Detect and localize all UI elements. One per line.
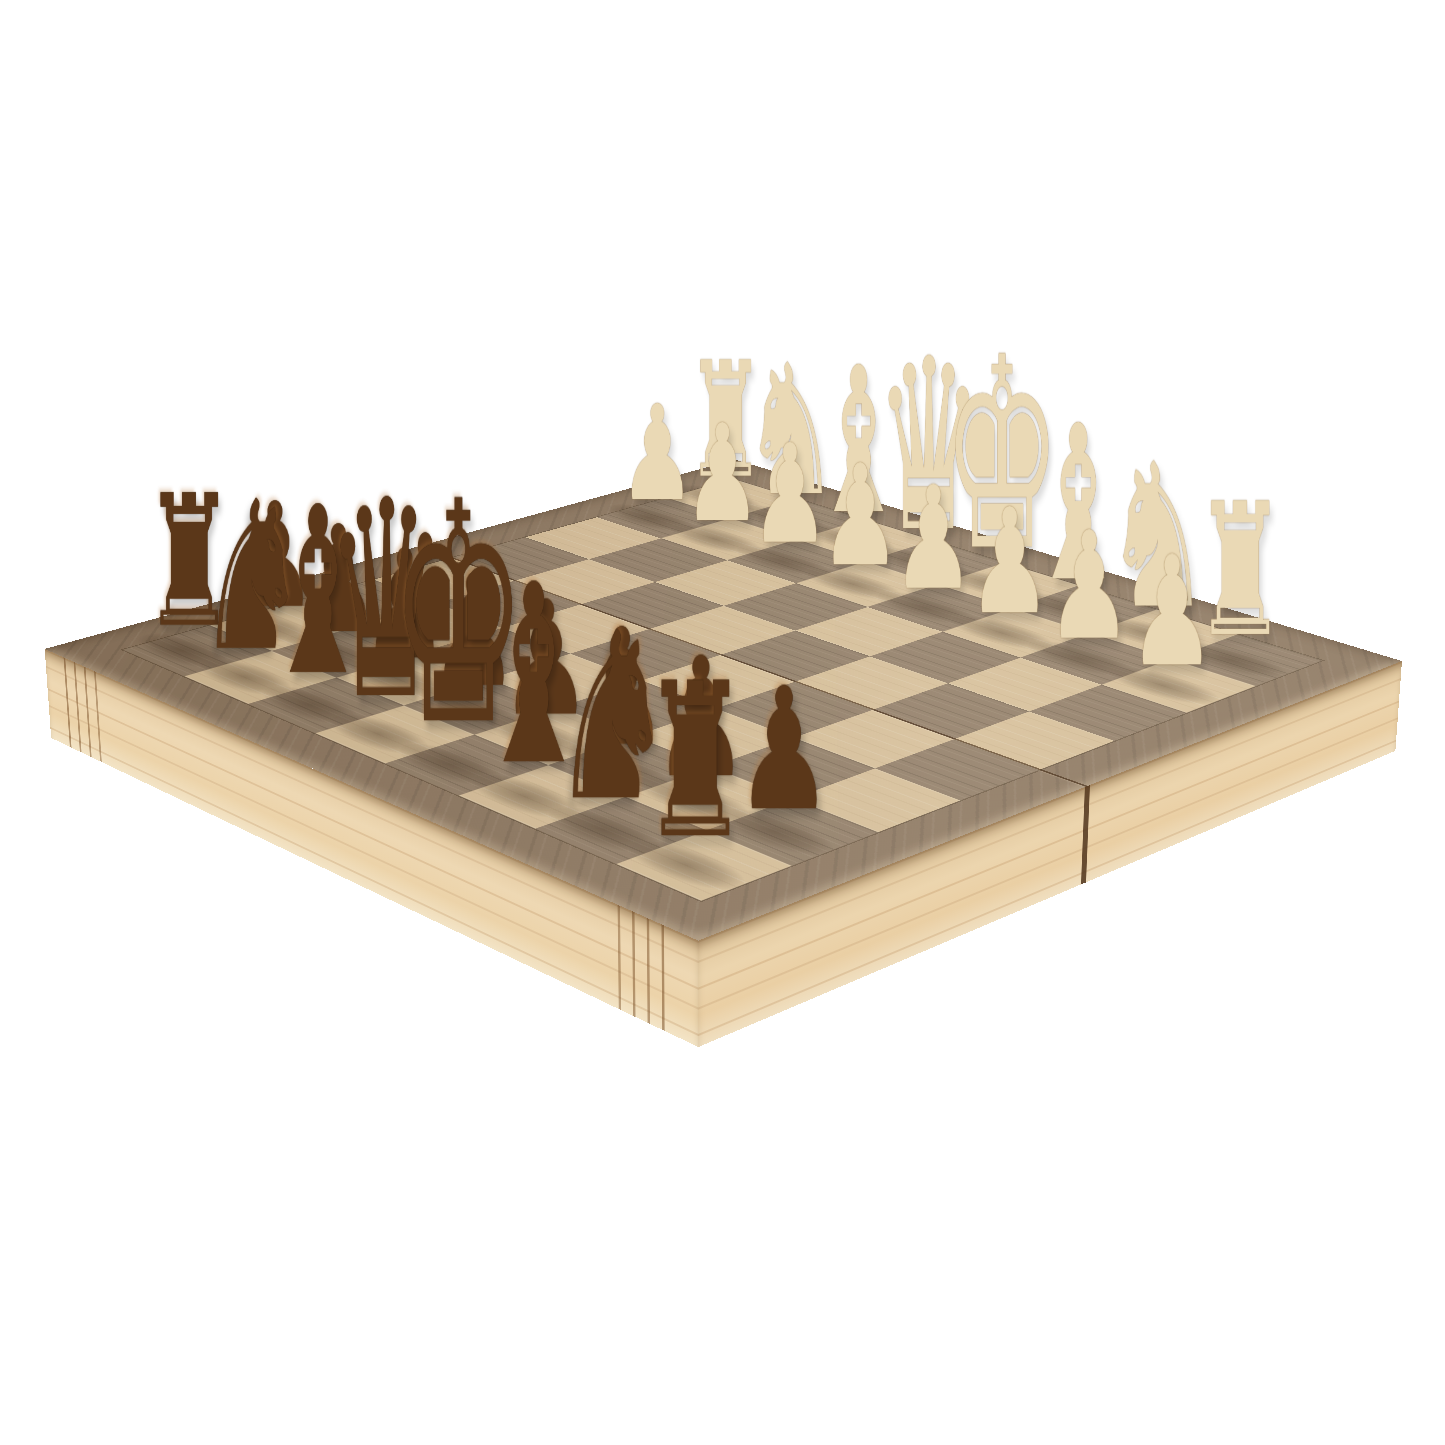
square-h8: ♜ — [616, 831, 791, 901]
piece-glyph: ♜ — [590, 655, 800, 868]
chess-board: ♜♞♝♛♚♝♞♜♟♟♟♟♟♟♟♟♟♟♟♟♟♟♟♟♜♞♝♛♚♝♞♜ — [45, 460, 1402, 941]
board-top-surface: ♜♞♝♛♚♝♞♜♟♟♟♟♟♟♟♟♟♟♟♟♟♟♟♟♜♞♝♛♚♝♞♜ — [45, 460, 1402, 941]
piece-glyph: ♟ — [1067, 536, 1277, 688]
product-photo: ♜♞♝♛♚♝♞♜♟♟♟♟♟♟♟♟♟♟♟♟♟♟♟♟♜♞♝♛♚♝♞♜ — [0, 0, 1445, 1445]
